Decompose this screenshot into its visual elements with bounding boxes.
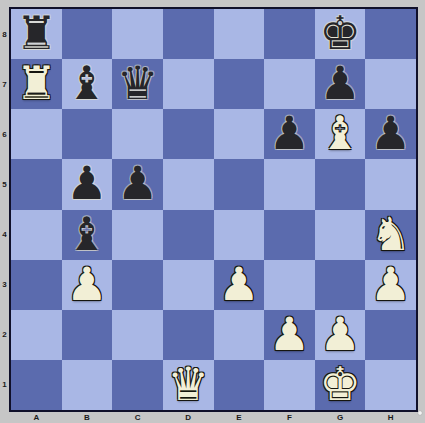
square-d6[interactable] [163,109,214,159]
square-h6[interactable]: ♟ [365,109,416,159]
resize-handle-dot [418,411,422,415]
square-a4[interactable] [11,210,62,260]
square-c1[interactable] [112,360,163,410]
square-a7[interactable]: ♜ [11,59,62,109]
square-h2[interactable] [365,310,416,360]
square-h3[interactable]: ♟ [365,260,416,310]
square-a2[interactable] [11,310,62,360]
board: ♜♚♜♝♛♟♟♝♟♟♟♝♞♟♟♟♟♟♛♚ [11,9,416,410]
square-e7[interactable] [214,59,265,109]
square-d1[interactable]: ♛ [163,360,214,410]
square-b5[interactable]: ♟ [62,159,113,209]
square-a6[interactable] [11,109,62,159]
chess-diagram: 87654321 ♜♚♜♝♛♟♟♝♟♟♟♝♞♟♟♟♟♟♛♚ ABCDEFGH [0,0,425,423]
square-g6[interactable]: ♝ [315,109,366,159]
square-c7[interactable]: ♛ [112,59,163,109]
square-h4[interactable]: ♞ [365,210,416,260]
black-bishop-b4: ♝ [66,211,107,257]
square-e5[interactable] [214,159,265,209]
square-g8[interactable]: ♚ [315,9,366,59]
square-c2[interactable] [112,310,163,360]
square-g2[interactable]: ♟ [315,310,366,360]
black-king-g8: ♚ [319,10,360,56]
square-b1[interactable] [62,360,113,410]
white-knight-h4: ♞ [370,211,411,257]
black-bishop-b7: ♝ [66,60,107,106]
square-b6[interactable] [62,109,113,159]
file-label-b: B [62,412,113,423]
rank-label-6: 6 [0,109,9,159]
square-h5[interactable] [365,159,416,209]
board-frame: ♜♚♜♝♛♟♟♝♟♟♟♝♞♟♟♟♟♟♛♚ [9,7,418,412]
file-label-e: E [214,412,265,423]
white-rook-a7: ♜ [16,60,57,106]
white-bishop-g6: ♝ [319,110,360,156]
black-pawn-f6: ♟ [269,110,310,156]
square-b8[interactable] [62,9,113,59]
black-pawn-c5: ♟ [117,160,158,206]
square-d7[interactable] [163,59,214,109]
rank-label-4: 4 [0,210,9,260]
square-f1[interactable] [264,360,315,410]
square-f2[interactable]: ♟ [264,310,315,360]
square-e8[interactable] [214,9,265,59]
file-label-a: A [11,412,62,423]
square-b3[interactable]: ♟ [62,260,113,310]
square-a5[interactable] [11,159,62,209]
square-h8[interactable] [365,9,416,59]
rank-label-3: 3 [0,260,9,310]
black-rook-a8: ♜ [16,10,57,56]
file-label-c: C [112,412,163,423]
square-g1[interactable]: ♚ [315,360,366,410]
square-c6[interactable] [112,109,163,159]
square-b2[interactable] [62,310,113,360]
square-h7[interactable] [365,59,416,109]
square-g5[interactable] [315,159,366,209]
square-f8[interactable] [264,9,315,59]
square-c3[interactable] [112,260,163,310]
black-queen-c7: ♛ [117,60,158,106]
square-d4[interactable] [163,210,214,260]
white-queen-d1: ♛ [168,361,209,407]
square-e2[interactable] [214,310,265,360]
rank-label-5: 5 [0,159,9,209]
square-g7[interactable]: ♟ [315,59,366,109]
square-g3[interactable] [315,260,366,310]
file-label-f: F [264,412,315,423]
square-e3[interactable]: ♟ [214,260,265,310]
square-a1[interactable] [11,360,62,410]
white-pawn-f2: ♟ [269,311,310,357]
square-f7[interactable] [264,59,315,109]
square-f5[interactable] [264,159,315,209]
white-pawn-g2: ♟ [319,311,360,357]
rank-labels: 87654321 [0,9,9,410]
file-label-d: D [163,412,214,423]
square-g4[interactable] [315,210,366,260]
square-d5[interactable] [163,159,214,209]
square-a8[interactable]: ♜ [11,9,62,59]
rank-label-7: 7 [0,59,9,109]
square-f6[interactable]: ♟ [264,109,315,159]
rank-label-8: 8 [0,9,9,59]
white-pawn-b3: ♟ [66,261,107,307]
square-f4[interactable] [264,210,315,260]
white-pawn-h3: ♟ [370,261,411,307]
square-e6[interactable] [214,109,265,159]
white-pawn-e3: ♟ [218,261,259,307]
square-h1[interactable] [365,360,416,410]
square-d8[interactable] [163,9,214,59]
file-label-g: G [315,412,366,423]
rank-label-2: 2 [0,310,9,360]
square-b7[interactable]: ♝ [62,59,113,109]
square-f3[interactable] [264,260,315,310]
black-pawn-g7: ♟ [319,60,360,106]
square-c5[interactable]: ♟ [112,159,163,209]
file-label-h: H [365,412,416,423]
square-c8[interactable] [112,9,163,59]
rank-label-1: 1 [0,360,9,410]
square-d2[interactable] [163,310,214,360]
black-pawn-b5: ♟ [66,160,107,206]
square-c4[interactable] [112,210,163,260]
square-a3[interactable] [11,260,62,310]
file-labels: ABCDEFGH [11,412,416,423]
square-b4[interactable]: ♝ [62,210,113,260]
black-pawn-h6: ♟ [370,110,411,156]
square-d3[interactable] [163,260,214,310]
white-king-g1: ♚ [319,361,360,407]
square-e1[interactable] [214,360,265,410]
square-e4[interactable] [214,210,265,260]
